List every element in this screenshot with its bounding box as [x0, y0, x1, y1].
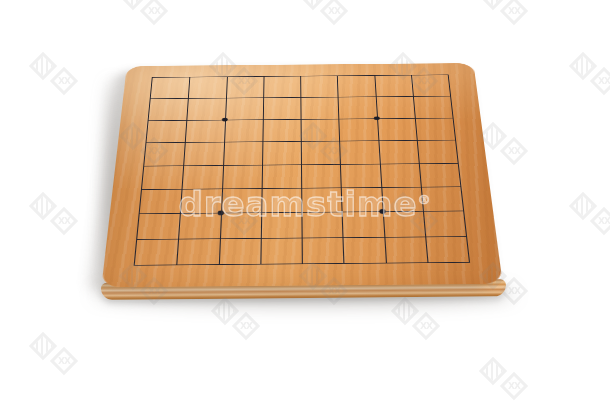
board-cell — [263, 76, 300, 97]
board-cell — [423, 211, 466, 237]
board-cell — [378, 140, 419, 163]
board-cell — [411, 75, 450, 96]
board-cell — [342, 211, 384, 237]
board-scene — [114, 0, 489, 340]
board-cell — [341, 187, 382, 212]
board-cell — [425, 236, 469, 262]
star-point — [221, 118, 227, 122]
board-cell — [300, 97, 338, 119]
board-cell — [413, 96, 453, 118]
watermark-logo-icon: XX — [480, 360, 528, 402]
board-cell — [302, 237, 344, 263]
board-cell — [177, 238, 220, 264]
go-board — [101, 63, 502, 287]
board-cell — [224, 119, 263, 142]
board-cell — [337, 76, 375, 97]
board-cell — [140, 189, 182, 214]
board-cell — [221, 188, 262, 213]
board-cell — [182, 165, 223, 189]
board-cell — [379, 163, 420, 187]
board-cell — [261, 212, 302, 238]
board-cell — [137, 213, 180, 239]
board-cell — [180, 188, 221, 213]
board-cell — [339, 118, 378, 141]
board-cell — [339, 141, 379, 164]
board-cell — [151, 77, 190, 98]
board-cell — [262, 119, 301, 142]
board-cell — [146, 120, 186, 143]
board-cell — [374, 75, 413, 96]
board-cell — [183, 142, 223, 165]
star-point — [373, 116, 380, 120]
board-cell — [225, 98, 263, 120]
board-cell — [377, 118, 417, 141]
goban-grid — [134, 75, 470, 266]
board-cell — [301, 141, 340, 164]
board-cell — [260, 237, 302, 263]
board-cell — [149, 98, 188, 120]
board-cell — [381, 187, 423, 212]
star-point — [379, 209, 386, 213]
watermark-logo-icon: XX — [570, 55, 610, 97]
watermark-logo-icon: XX — [480, 125, 528, 167]
board-cell — [343, 237, 386, 263]
board-cell — [187, 98, 226, 120]
board-cell — [418, 163, 460, 187]
board-cell — [301, 212, 342, 238]
board-cell — [262, 141, 301, 164]
watermark-logo-icon: XX — [480, 0, 528, 27]
board-cell — [178, 213, 220, 239]
board-cell — [375, 96, 414, 118]
board-cell — [219, 213, 261, 239]
board-cell — [185, 120, 225, 143]
board-cell — [261, 188, 301, 213]
board-cell — [301, 164, 341, 188]
board-cell — [301, 119, 340, 142]
board-cell — [416, 140, 457, 163]
watermark-logo-icon: XX — [30, 195, 78, 237]
board-cell — [223, 142, 263, 165]
board-cell — [218, 238, 260, 264]
board-cell — [261, 164, 301, 188]
photo-canvas: XXXXXXXXXXXXXXXXXXXXXXXXXXXXXXXXXXXXXXXX… — [0, 0, 610, 405]
board-cell — [222, 164, 262, 188]
board-cell — [142, 165, 183, 189]
board-cell — [421, 186, 464, 211]
star-point — [217, 211, 224, 215]
board-cell — [415, 118, 456, 141]
board-cell — [338, 97, 377, 119]
board-cell — [384, 236, 427, 262]
board-cell — [340, 163, 381, 187]
board-cell — [135, 238, 179, 264]
board-cell — [226, 77, 264, 98]
board-cell — [382, 211, 425, 237]
board-cell — [300, 76, 338, 97]
board-cell — [144, 142, 185, 165]
board-cell — [263, 97, 301, 119]
watermark-logo-icon: XX — [570, 195, 610, 237]
watermark-logo-icon: XX — [30, 55, 78, 97]
board-cell — [188, 77, 226, 98]
watermark-logo-icon: XX — [30, 335, 78, 377]
board-cell — [301, 187, 342, 212]
